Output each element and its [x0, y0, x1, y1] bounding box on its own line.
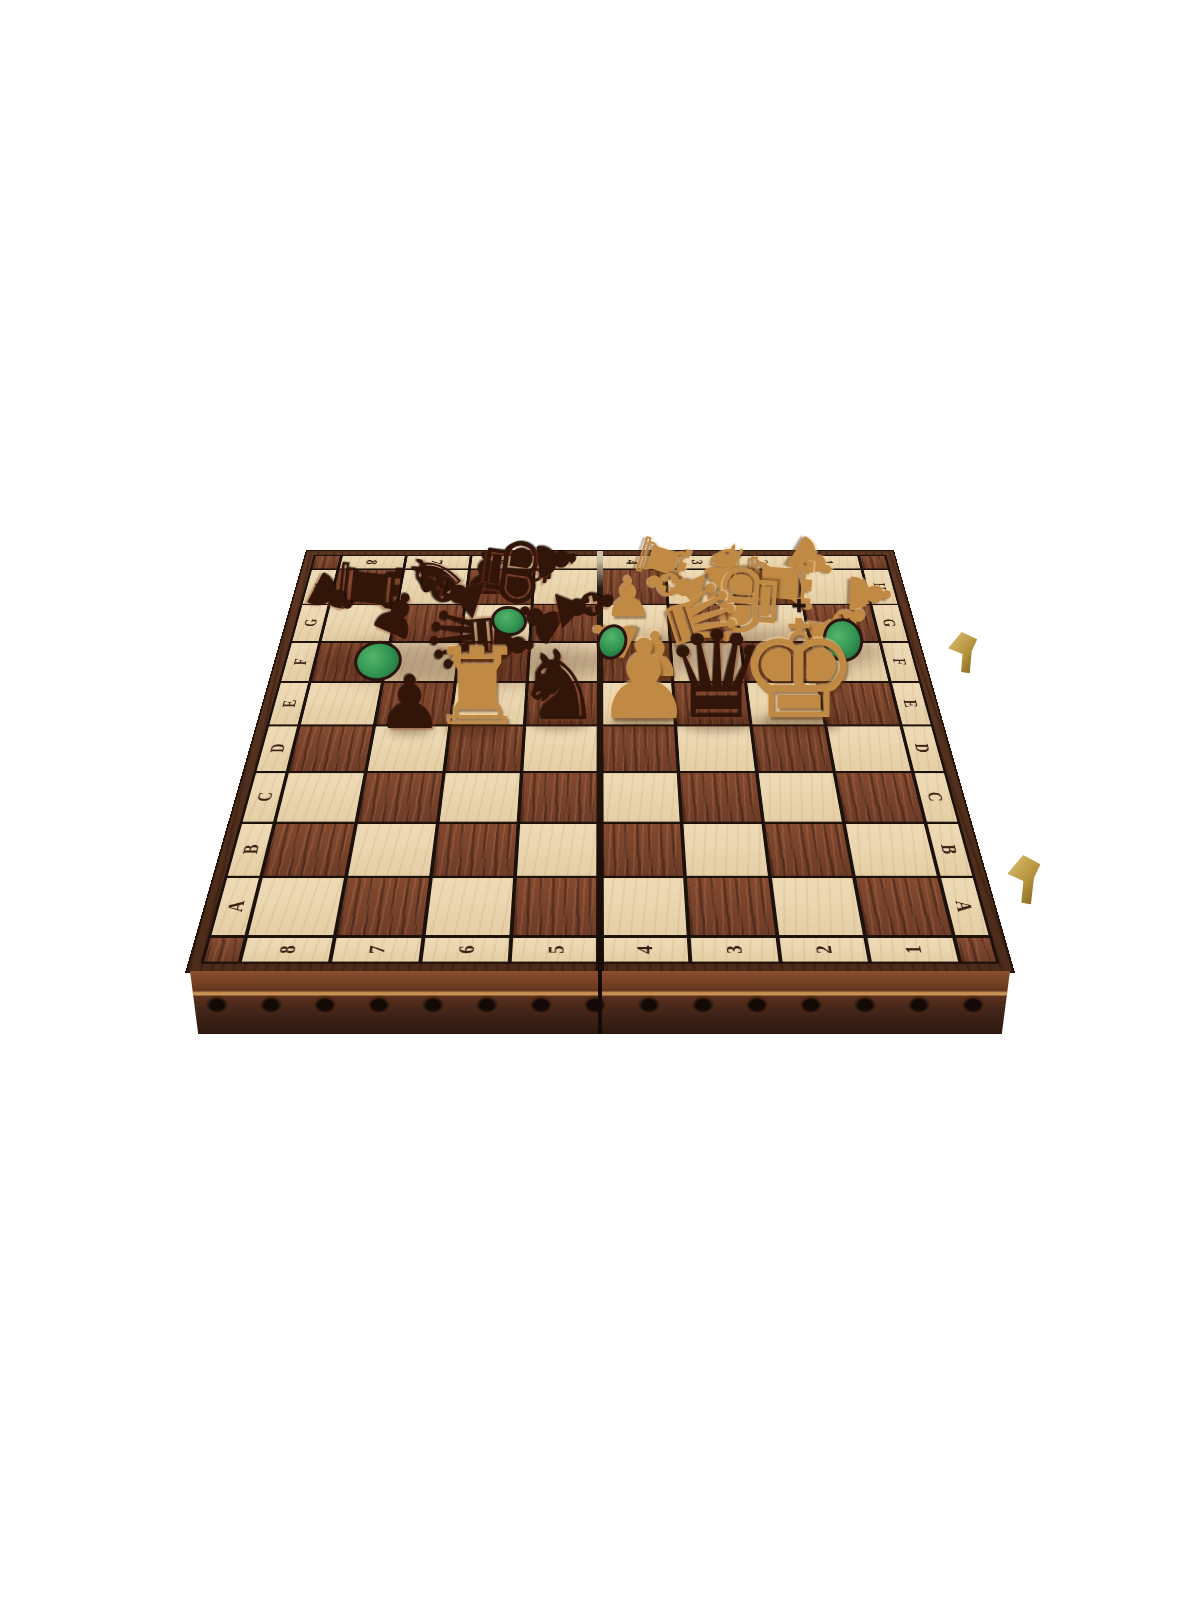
coord-back-5: 5	[536, 556, 599, 569]
square-d2	[752, 726, 832, 771]
coord-front-3: 3	[691, 938, 779, 962]
coord-right-F: F	[882, 643, 919, 681]
square-e1	[819, 683, 899, 724]
coord-front-1: 1	[868, 938, 959, 962]
square-c2	[758, 773, 842, 821]
square-a7	[337, 878, 429, 935]
square-h2	[732, 570, 801, 604]
coord-right-G: G	[872, 605, 907, 641]
square-a2	[772, 878, 864, 935]
square-e2	[747, 683, 824, 724]
square-h3	[667, 570, 734, 604]
corner-cell	[204, 938, 244, 962]
square-b8	[263, 824, 354, 876]
corner-cell	[312, 556, 340, 569]
square-d8	[289, 726, 372, 771]
coord-front-8: 8	[242, 938, 333, 962]
square-a6	[425, 878, 513, 935]
square-g1	[805, 605, 879, 641]
square-a1	[856, 878, 951, 935]
square-c3	[680, 773, 761, 821]
coord-back-7: 7	[405, 556, 469, 569]
coord-back-1: 1	[795, 556, 860, 569]
square-b7	[348, 824, 436, 876]
coord-right-H: H	[864, 570, 898, 604]
coord-back-4: 4	[601, 556, 664, 569]
square-f1	[812, 643, 889, 681]
coord-front-2: 2	[779, 938, 868, 962]
square-h1	[798, 570, 869, 604]
corner-cell	[956, 938, 996, 962]
square-g2	[737, 605, 808, 641]
square-c8	[277, 773, 364, 821]
square-c5	[521, 773, 599, 821]
square-g8	[322, 605, 396, 641]
square-f5	[529, 643, 598, 681]
square-c4	[602, 773, 680, 821]
square-g7	[392, 605, 463, 641]
square-d1	[828, 726, 911, 771]
square-b4	[602, 824, 683, 876]
square-f8	[312, 643, 389, 681]
square-h5	[534, 570, 599, 604]
square-f2	[742, 643, 816, 681]
square-b5	[517, 824, 598, 876]
square-d5	[524, 726, 599, 771]
square-e4	[602, 683, 674, 724]
square-g3	[669, 605, 738, 641]
square-b1	[846, 824, 937, 876]
square-c7	[358, 773, 442, 821]
square-d4	[602, 726, 677, 771]
hinge-fold-gap	[596, 551, 604, 972]
square-a4	[602, 878, 687, 935]
square-b6	[433, 824, 517, 876]
square-f4	[602, 643, 671, 681]
chess-box-scene: 87654321HHGGFFEEDDCCBBAA87654321	[185, 551, 1015, 973]
square-e5	[526, 683, 598, 724]
coord-back-2: 2	[731, 556, 795, 569]
square-f7	[384, 643, 458, 681]
square-b3	[683, 824, 767, 876]
square-h4	[601, 570, 666, 604]
square-a5	[514, 878, 599, 935]
square-f3	[672, 643, 744, 681]
square-a8	[248, 878, 343, 935]
square-a3	[687, 878, 775, 935]
square-c6	[439, 773, 520, 821]
square-e8	[301, 683, 381, 724]
square-e6	[451, 683, 526, 724]
square-b2	[765, 824, 853, 876]
coord-front-5: 5	[512, 938, 598, 962]
carved-front-side	[190, 971, 1010, 1034]
square-f6	[457, 643, 529, 681]
square-d7	[367, 726, 447, 771]
square-c1	[836, 773, 923, 821]
square-g4	[601, 605, 668, 641]
square-h8	[331, 570, 402, 604]
square-e3	[674, 683, 749, 724]
square-h6	[466, 570, 533, 604]
coord-back-3: 3	[666, 556, 729, 569]
coord-front-4: 4	[602, 938, 688, 962]
square-g6	[462, 605, 531, 641]
corner-cell	[860, 556, 888, 569]
square-h7	[399, 570, 468, 604]
square-e7	[376, 683, 453, 724]
coord-front-7: 7	[332, 938, 421, 962]
board-top-face: 87654321HHGGFFEEDDCCBBAA87654321	[185, 550, 1015, 973]
coord-front-6: 6	[422, 938, 510, 962]
square-g5	[532, 605, 599, 641]
coord-back-6: 6	[471, 556, 534, 569]
coord-back-8: 8	[340, 556, 405, 569]
square-d3	[677, 726, 755, 771]
square-d6	[446, 726, 524, 771]
